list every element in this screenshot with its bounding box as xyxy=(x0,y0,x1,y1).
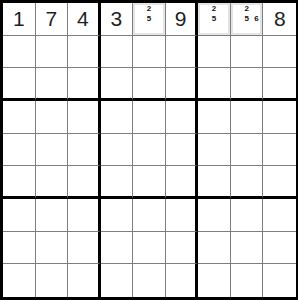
cell-r9c6[interactable] xyxy=(166,264,199,297)
pencil-mark-3 xyxy=(219,4,229,14)
pencil-mark-3 xyxy=(252,4,262,14)
pencil-marks: 25 xyxy=(199,4,229,34)
cell-r3c5[interactable] xyxy=(133,68,166,101)
cell-r6c1[interactable] xyxy=(3,166,36,199)
pencil-mark-8 xyxy=(242,24,252,34)
cell-r9c8[interactable] xyxy=(231,264,264,297)
sudoku-grid: 1743259252568 xyxy=(3,3,296,297)
pencil-mark-9 xyxy=(154,24,164,34)
cell-r9c5[interactable] xyxy=(133,264,166,297)
cell-r8c4[interactable] xyxy=(101,232,134,265)
cell-r7c8[interactable] xyxy=(231,199,264,232)
pencil-mark-2: 2 xyxy=(242,4,252,14)
given-digit: 3 xyxy=(111,8,123,29)
cell-r4c4[interactable] xyxy=(101,101,134,134)
cell-r8c9[interactable] xyxy=(263,232,296,265)
cell-r7c5[interactable] xyxy=(133,199,166,232)
given-digit: 9 xyxy=(175,8,187,29)
pencil-mark-1 xyxy=(199,4,209,14)
cell-r9c7[interactable] xyxy=(198,264,231,297)
pencil-mark-8 xyxy=(144,24,154,34)
cell-r6c3[interactable] xyxy=(68,166,101,199)
given-digit: 4 xyxy=(77,8,89,29)
cell-r6c6[interactable] xyxy=(166,166,199,199)
given-digit: 1 xyxy=(13,8,25,29)
cell-r5c2[interactable] xyxy=(36,134,69,167)
cell-r5c3[interactable] xyxy=(68,134,101,167)
cell-r4c3[interactable] xyxy=(68,101,101,134)
cell-r1c4[interactable]: 3 xyxy=(101,3,134,36)
cell-r7c2[interactable] xyxy=(36,199,69,232)
cell-r8c7[interactable] xyxy=(198,232,231,265)
cell-r4c6[interactable] xyxy=(166,101,199,134)
pencil-marks: 25 xyxy=(134,4,164,34)
cell-r6c2[interactable] xyxy=(36,166,69,199)
cell-r3c7[interactable] xyxy=(198,68,231,101)
cell-r1c9[interactable]: 8 xyxy=(263,3,296,36)
cell-r1c6[interactable]: 9 xyxy=(166,3,199,36)
cell-r4c2[interactable] xyxy=(36,101,69,134)
given-digit: 8 xyxy=(274,8,286,29)
cell-r3c4[interactable] xyxy=(101,68,134,101)
pencil-mark-6: 6 xyxy=(252,14,262,24)
cell-r1c3[interactable]: 4 xyxy=(68,3,101,36)
cell-r9c9[interactable] xyxy=(263,264,296,297)
cell-r5c9[interactable] xyxy=(263,134,296,167)
cell-r4c9[interactable] xyxy=(263,101,296,134)
cell-r2c2[interactable] xyxy=(36,36,69,69)
cell-r3c8[interactable] xyxy=(231,68,264,101)
sudoku-board: 1743259252568 xyxy=(0,0,298,300)
pencil-mark-2: 2 xyxy=(144,4,154,14)
cell-r8c1[interactable] xyxy=(3,232,36,265)
pencil-mark-4 xyxy=(134,14,144,24)
cell-r9c3[interactable] xyxy=(68,264,101,297)
pencil-mark-4 xyxy=(232,14,242,24)
pencil-mark-7 xyxy=(134,24,144,34)
cell-r1c2[interactable]: 7 xyxy=(36,3,69,36)
cell-r8c5[interactable] xyxy=(133,232,166,265)
cell-r2c6[interactable] xyxy=(166,36,199,69)
cell-r2c8[interactable] xyxy=(231,36,264,69)
cell-r2c3[interactable] xyxy=(68,36,101,69)
cell-r7c1[interactable] xyxy=(3,199,36,232)
cell-r7c4[interactable] xyxy=(101,199,134,232)
pencil-mark-9 xyxy=(252,24,262,34)
cell-r6c4[interactable] xyxy=(101,166,134,199)
cell-r2c1[interactable] xyxy=(3,36,36,69)
cell-r5c5[interactable] xyxy=(133,134,166,167)
cell-r9c4[interactable] xyxy=(101,264,134,297)
cell-r4c7[interactable] xyxy=(198,101,231,134)
pencil-mark-6 xyxy=(154,14,164,24)
cell-r3c1[interactable] xyxy=(3,68,36,101)
cell-r8c6[interactable] xyxy=(166,232,199,265)
cell-r3c9[interactable] xyxy=(263,68,296,101)
pencil-mark-7 xyxy=(232,24,242,34)
pencil-mark-3 xyxy=(154,4,164,14)
cell-r1c1[interactable]: 1 xyxy=(3,3,36,36)
cell-r7c6[interactable] xyxy=(166,199,199,232)
pencil-mark-6 xyxy=(219,14,229,24)
cell-r4c8[interactable] xyxy=(231,101,264,134)
cell-r4c1[interactable] xyxy=(3,101,36,134)
pencil-marks: 256 xyxy=(232,4,262,34)
pencil-mark-7 xyxy=(199,24,209,34)
cell-r6c7[interactable] xyxy=(198,166,231,199)
cell-r6c5[interactable] xyxy=(133,166,166,199)
pencil-mark-4 xyxy=(199,14,209,24)
cell-r2c4[interactable] xyxy=(101,36,134,69)
cell-r4c5[interactable] xyxy=(133,101,166,134)
cell-r1c7[interactable]: 25 xyxy=(198,3,231,36)
cell-r3c2[interactable] xyxy=(36,68,69,101)
cell-r6c9[interactable] xyxy=(263,166,296,199)
cell-r1c5[interactable]: 25 xyxy=(133,3,166,36)
cell-r7c9[interactable] xyxy=(263,199,296,232)
cell-r8c3[interactable] xyxy=(68,232,101,265)
cell-r8c8[interactable] xyxy=(231,232,264,265)
cell-r8c2[interactable] xyxy=(36,232,69,265)
cell-r5c4[interactable] xyxy=(101,134,134,167)
cell-r3c3[interactable] xyxy=(68,68,101,101)
pencil-mark-5: 5 xyxy=(144,14,154,24)
cell-r5c8[interactable] xyxy=(231,134,264,167)
given-digit: 7 xyxy=(45,8,57,29)
cell-r3c6[interactable] xyxy=(166,68,199,101)
cell-r1c8[interactable]: 256 xyxy=(231,3,264,36)
cell-r9c1[interactable] xyxy=(3,264,36,297)
pencil-mark-5: 5 xyxy=(209,14,219,24)
pencil-mark-1 xyxy=(134,4,144,14)
cell-r5c1[interactable] xyxy=(3,134,36,167)
cell-r6c8[interactable] xyxy=(231,166,264,199)
cell-r2c7[interactable] xyxy=(198,36,231,69)
cell-r2c9[interactable] xyxy=(263,36,296,69)
cell-r7c3[interactable] xyxy=(68,199,101,232)
cell-r5c7[interactable] xyxy=(198,134,231,167)
cell-r2c5[interactable] xyxy=(133,36,166,69)
cell-r7c7[interactable] xyxy=(198,199,231,232)
cell-r9c2[interactable] xyxy=(36,264,69,297)
pencil-mark-2: 2 xyxy=(209,4,219,14)
pencil-mark-1 xyxy=(232,4,242,14)
pencil-mark-5: 5 xyxy=(242,14,252,24)
pencil-mark-8 xyxy=(209,24,219,34)
cell-r5c6[interactable] xyxy=(166,134,199,167)
pencil-mark-9 xyxy=(219,24,229,34)
